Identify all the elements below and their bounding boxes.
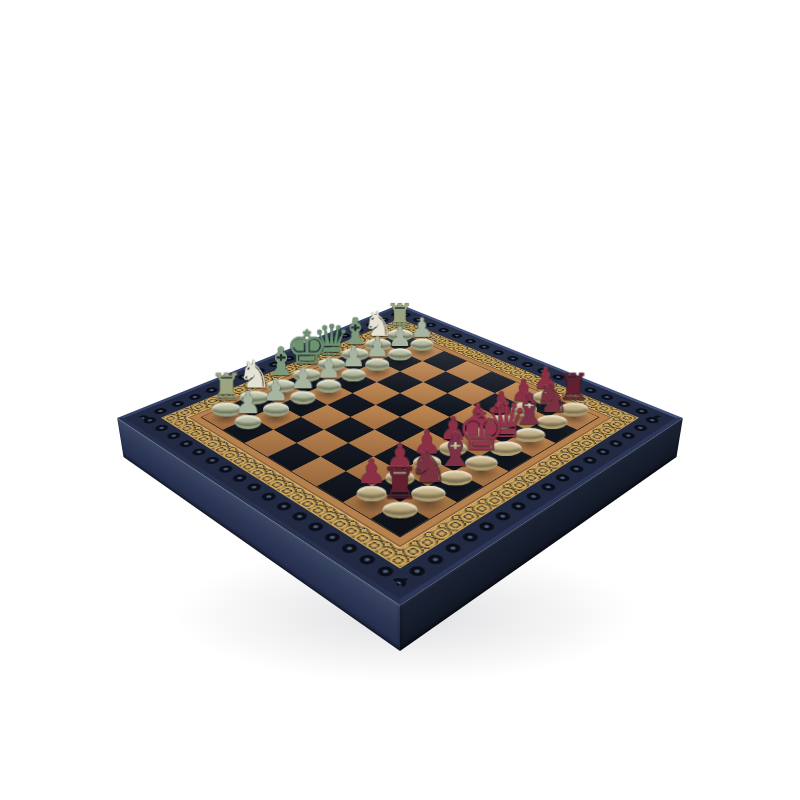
playing-field: ♜♟♟♜♞♟♟♞♝♟♟♝♛♟♟♛♚♟♟♚♝♟♟♝♞♟♟♞♜♟♟♜ xyxy=(202,333,598,537)
piece-figure: ♜ xyxy=(374,462,426,519)
chess-board-box: ♜♟♟♜♞♟♟♞♝♟♟♝♛♟♟♛♚♟♟♚♝♟♟♝♞♟♟♞♜♟♟♜ xyxy=(117,304,683,605)
piece-glyph: ♟ xyxy=(234,387,262,418)
piece-figure: ♟ xyxy=(225,387,270,429)
product-photo-scene: ♜♟♟♜♞♟♟♞♝♟♟♝♛♟♟♛♚♟♟♚♝♟♟♝♞♟♟♞♜♟♟♜ xyxy=(0,0,800,800)
piece-base xyxy=(382,502,417,518)
piece-base xyxy=(234,415,261,429)
piece-glyph: ♜ xyxy=(380,462,419,506)
board-top-face: ♜♟♟♜♞♟♟♞♝♟♟♝♛♟♟♛♚♟♟♚♝♟♟♝♞♟♟♞♜♟♟♜ xyxy=(117,304,683,605)
